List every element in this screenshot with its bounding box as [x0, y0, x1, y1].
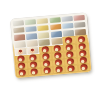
red-chip[interactable]	[19, 70, 26, 77]
red-chip[interactable]	[41, 46, 48, 53]
board-cell[interactable]	[28, 68, 41, 76]
board-cell[interactable]	[16, 69, 29, 77]
board-cell[interactable]	[65, 65, 78, 73]
red-chip[interactable]	[55, 59, 62, 66]
board-cell[interactable]	[41, 67, 54, 75]
red-chip[interactable]	[56, 66, 63, 73]
red-chip[interactable]	[65, 37, 72, 44]
red-chip[interactable]	[66, 44, 73, 51]
red-chip[interactable]	[78, 43, 85, 50]
board-cell[interactable]	[53, 66, 66, 74]
red-chip[interactable]	[43, 67, 50, 74]
red-chip[interactable]	[68, 65, 75, 72]
board-cell[interactable]	[77, 64, 90, 72]
red-chip[interactable]	[67, 51, 74, 58]
red-chip[interactable]	[18, 63, 25, 70]
board-grid	[12, 14, 91, 77]
red-chip[interactable]	[30, 54, 37, 61]
red-chip[interactable]	[54, 52, 61, 59]
red-chip[interactable]	[80, 64, 87, 71]
red-chip[interactable]	[79, 50, 86, 57]
red-chip[interactable]	[30, 61, 37, 68]
photo-background	[0, 0, 100, 100]
red-chip[interactable]	[78, 36, 85, 43]
red-chip[interactable]	[67, 58, 74, 65]
red-chip[interactable]	[42, 53, 49, 60]
game-board-card	[11, 13, 92, 78]
red-chip[interactable]	[79, 57, 86, 64]
red-chip[interactable]	[43, 60, 50, 67]
red-chip[interactable]	[17, 55, 24, 62]
red-chip[interactable]	[54, 45, 61, 52]
red-chip[interactable]	[31, 69, 38, 76]
